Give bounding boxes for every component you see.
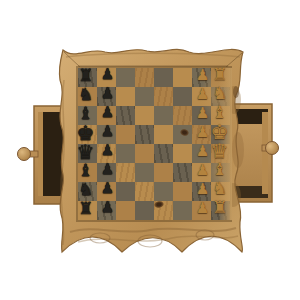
black-knight[interactable]: ♞ bbox=[76, 85, 95, 104]
square-2-5[interactable] bbox=[173, 106, 192, 125]
black-pawn[interactable]: ♟ bbox=[98, 65, 117, 84]
square-7-0[interactable]: ♜ bbox=[78, 201, 97, 220]
black-pawn[interactable]: ♟ bbox=[98, 103, 117, 122]
square-1-4[interactable] bbox=[154, 87, 173, 106]
square-4-4[interactable] bbox=[154, 144, 173, 163]
black-pawn[interactable]: ♟ bbox=[98, 122, 117, 141]
square-7-2[interactable] bbox=[116, 201, 135, 220]
square-3-3[interactable] bbox=[135, 125, 154, 144]
photo-background: ♜♟♟♜♞♟♟♞♝♟♟♝♚♟♟♚♛♟♟♛♝♟♟♝♞♟♟♞♜♟♟♜ bbox=[0, 0, 300, 300]
square-2-4[interactable] bbox=[154, 106, 173, 125]
black-queen[interactable]: ♛ bbox=[76, 142, 95, 161]
square-7-3[interactable] bbox=[135, 201, 154, 220]
square-5-4[interactable] bbox=[154, 163, 173, 182]
square-6-4[interactable] bbox=[154, 182, 173, 201]
square-7-5[interactable] bbox=[173, 201, 192, 220]
square-2-3[interactable] bbox=[135, 106, 154, 125]
square-7-6[interactable]: ♟ bbox=[192, 201, 211, 220]
chess-board: ♜♟♟♜♞♟♟♞♝♟♟♝♚♟♟♚♛♟♟♛♝♟♟♝♞♟♟♞♜♟♟♜ bbox=[78, 68, 230, 220]
square-3-5[interactable] bbox=[173, 125, 192, 144]
square-7-1[interactable]: ♟ bbox=[97, 201, 116, 220]
square-5-2[interactable] bbox=[116, 163, 135, 182]
square-1-5[interactable] bbox=[173, 87, 192, 106]
white-knight[interactable]: ♞ bbox=[210, 179, 229, 198]
square-4-2[interactable] bbox=[116, 144, 135, 163]
square-0-5[interactable] bbox=[173, 68, 192, 87]
white-rook[interactable]: ♜ bbox=[210, 65, 229, 84]
black-pawn[interactable]: ♟ bbox=[98, 179, 117, 198]
square-0-2[interactable] bbox=[116, 68, 135, 87]
white-bishop[interactable]: ♝ bbox=[210, 160, 229, 179]
square-6-3[interactable] bbox=[135, 182, 154, 201]
square-6-2[interactable] bbox=[116, 182, 135, 201]
square-7-4[interactable] bbox=[154, 201, 173, 220]
square-5-5[interactable] bbox=[173, 163, 192, 182]
square-4-3[interactable] bbox=[135, 144, 154, 163]
square-7-7[interactable]: ♜ bbox=[211, 201, 230, 220]
black-bishop[interactable]: ♝ bbox=[76, 161, 95, 180]
black-rook[interactable]: ♜ bbox=[76, 66, 95, 85]
square-1-2[interactable] bbox=[116, 87, 135, 106]
black-pawn[interactable]: ♟ bbox=[98, 160, 117, 179]
white-queen[interactable]: ♛ bbox=[210, 141, 229, 160]
black-rook[interactable]: ♜ bbox=[76, 199, 95, 218]
square-2-2[interactable] bbox=[116, 106, 135, 125]
square-0-4[interactable] bbox=[154, 68, 173, 87]
square-0-3[interactable] bbox=[135, 68, 154, 87]
white-knight[interactable]: ♞ bbox=[210, 84, 229, 103]
black-pawn[interactable]: ♟ bbox=[98, 84, 117, 103]
black-pawn[interactable]: ♟ bbox=[98, 198, 117, 217]
square-3-4[interactable] bbox=[154, 125, 173, 144]
square-6-5[interactable] bbox=[173, 182, 192, 201]
square-5-3[interactable] bbox=[135, 163, 154, 182]
square-4-5[interactable] bbox=[173, 144, 192, 163]
square-3-2[interactable] bbox=[116, 125, 135, 144]
white-rook[interactable]: ♜ bbox=[210, 198, 229, 217]
black-knight[interactable]: ♞ bbox=[76, 180, 95, 199]
black-pawn[interactable]: ♟ bbox=[98, 141, 117, 160]
square-1-3[interactable] bbox=[135, 87, 154, 106]
